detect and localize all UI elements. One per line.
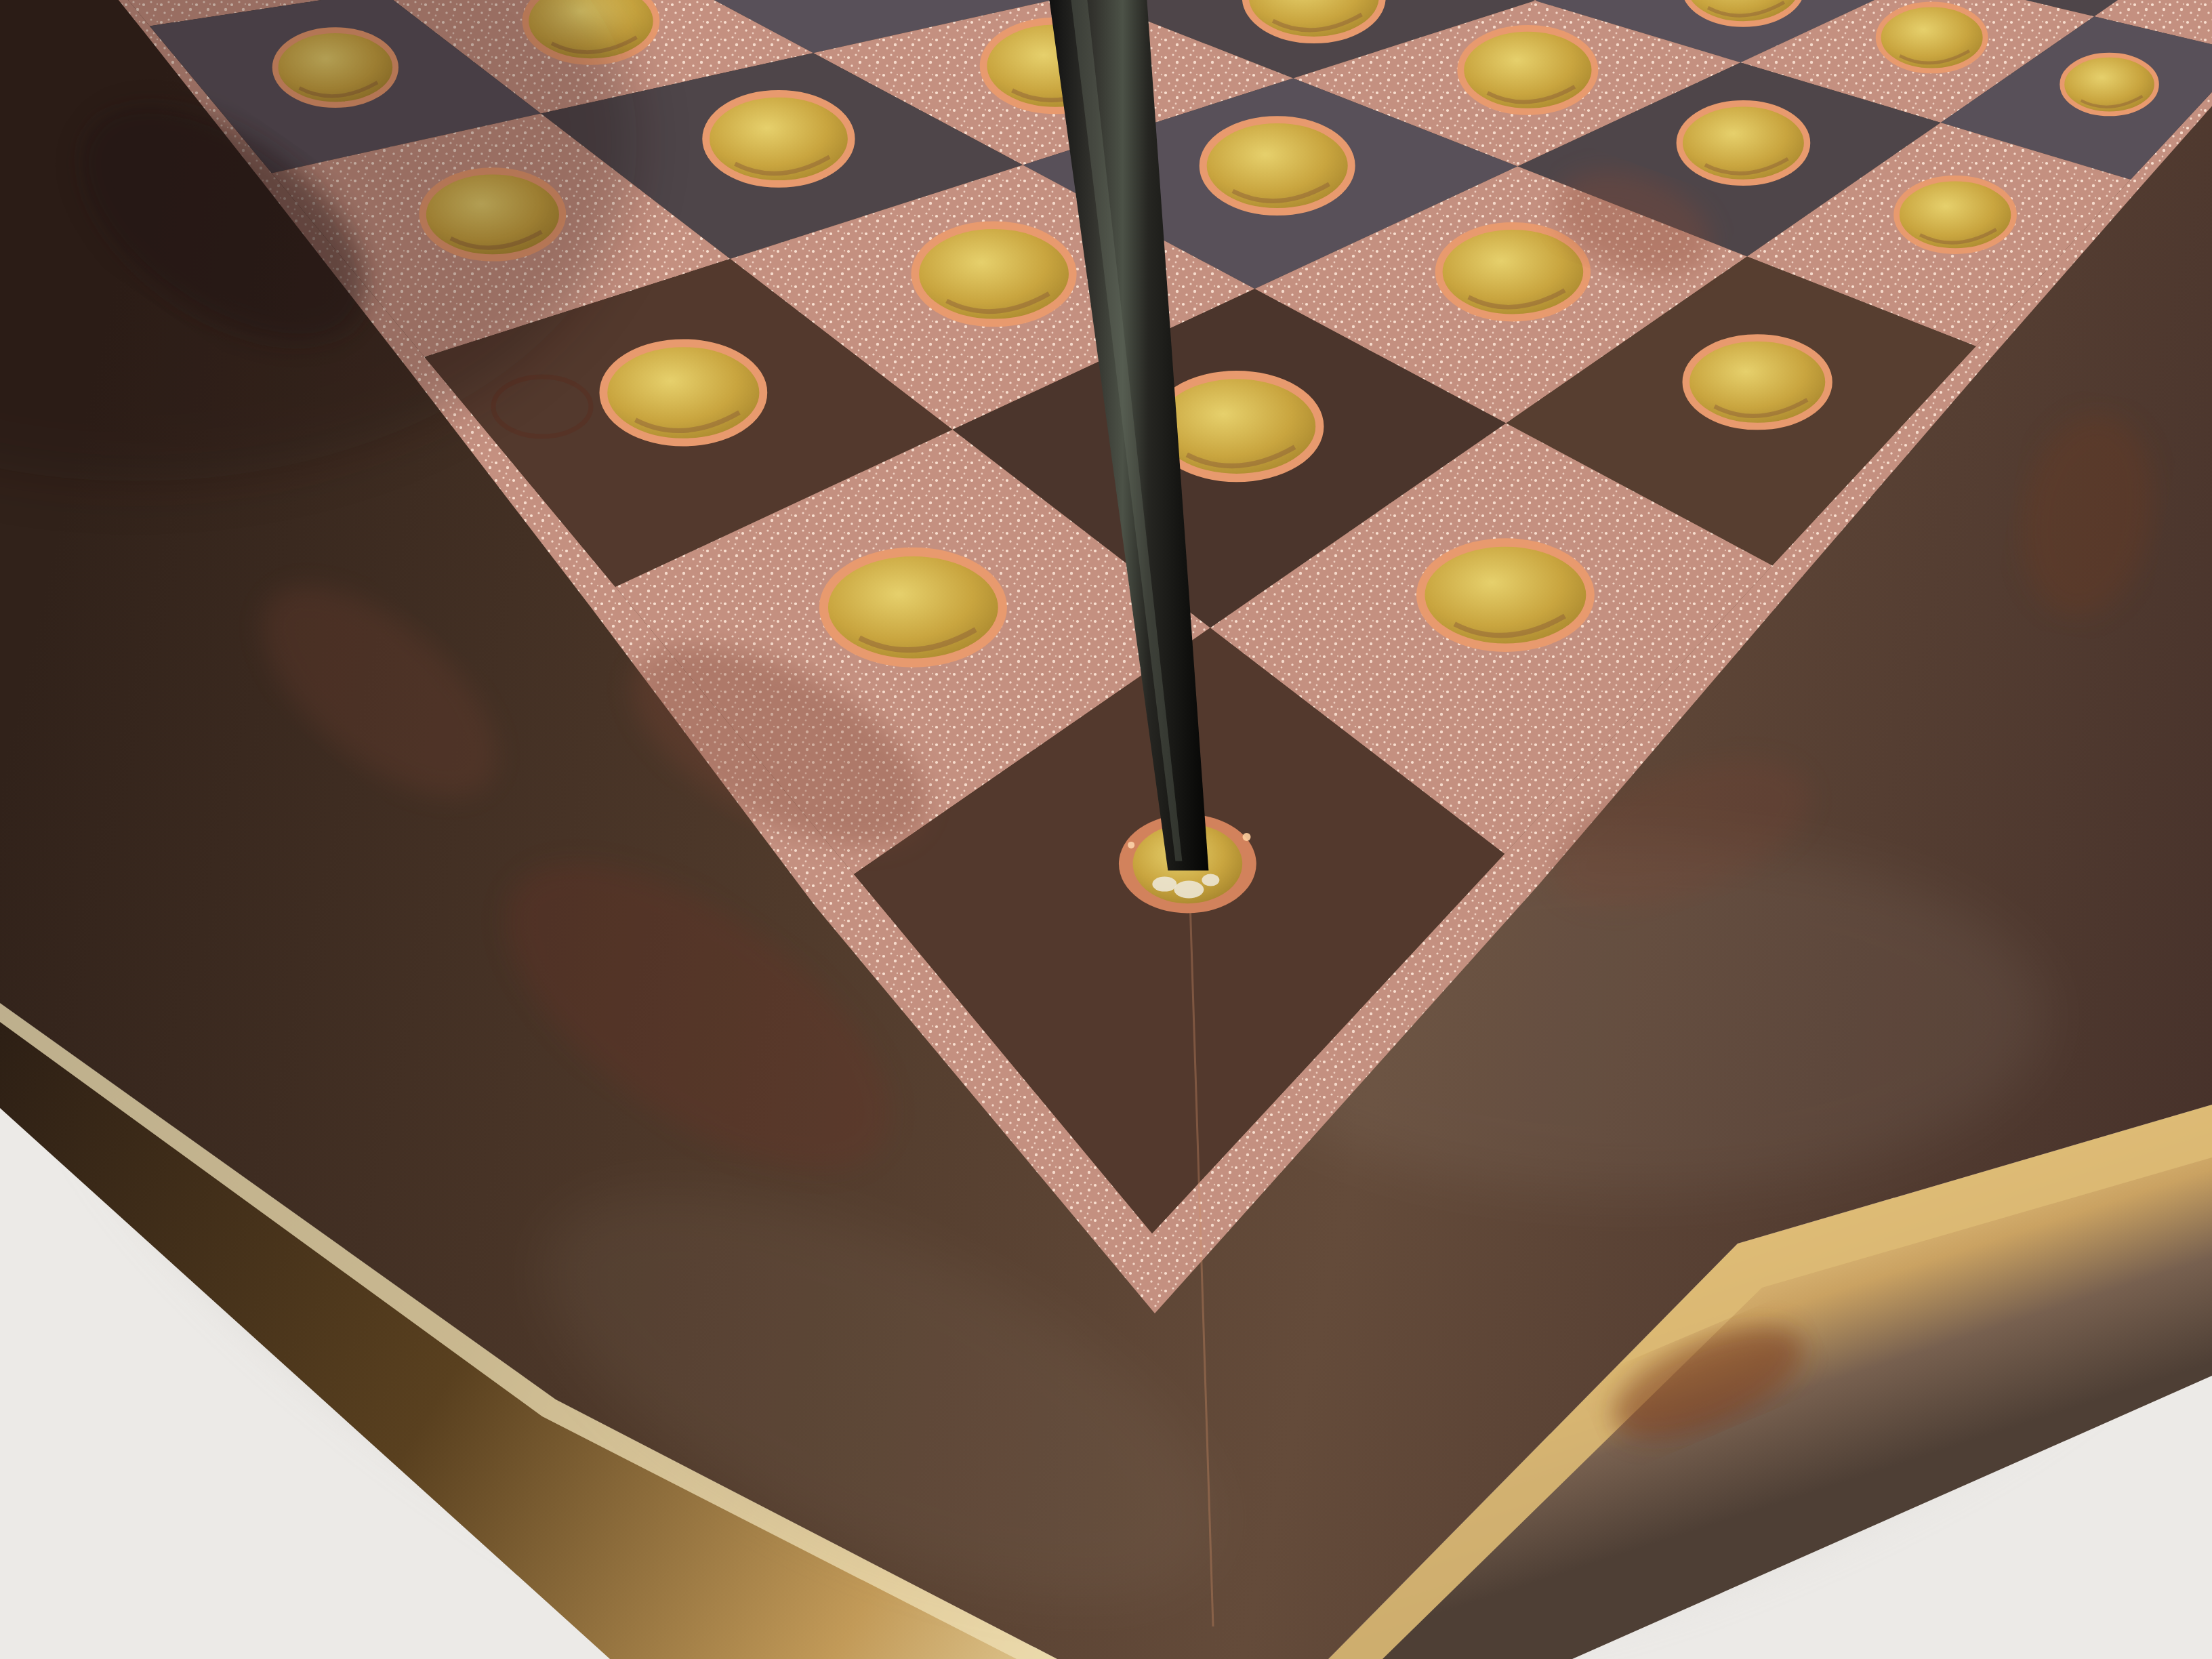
hole-disc-d3: [1460, 28, 1595, 112]
hole-disc-a2: [823, 552, 1002, 663]
board-photo: [0, 0, 2212, 1659]
hole-disc-c1: [1686, 337, 1829, 426]
hole-disc-d1: [1896, 178, 2013, 251]
hole-residue: [1202, 874, 1219, 886]
hole-disc-a3: [603, 343, 763, 442]
hole-disc-b3: [915, 225, 1073, 323]
hole-disc-d2: [1679, 104, 1807, 183]
hole-disc-c3: [1203, 120, 1351, 212]
ring-glint: [1128, 842, 1134, 848]
hole-residue: [1174, 881, 1204, 899]
hole-disc-e2: [1879, 5, 1986, 71]
hole-disc-c2: [1439, 226, 1586, 317]
hole-residue: [1152, 877, 1176, 892]
board-photo-canvas: [0, 0, 2212, 1659]
hole-disc-b1: [1420, 542, 1590, 647]
hole-disc-e1: [2062, 55, 2157, 114]
ring-glint: [1243, 833, 1251, 841]
hole-disc-b4: [706, 94, 852, 184]
